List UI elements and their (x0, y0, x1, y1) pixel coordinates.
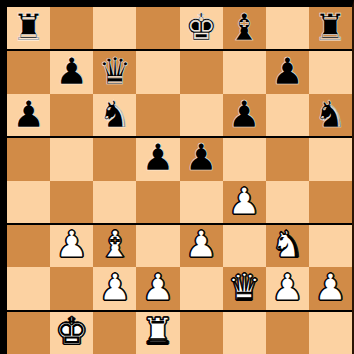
white-pawn[interactable]: ♟ (141, 269, 174, 306)
square-g8[interactable] (266, 7, 309, 50)
square-e7[interactable] (180, 50, 223, 93)
square-b5[interactable] (50, 137, 93, 180)
square-a2[interactable] (7, 267, 50, 310)
square-g4[interactable] (266, 181, 309, 224)
square-c7[interactable]: ♛ (93, 50, 136, 93)
white-pawn[interactable]: ♟ (55, 226, 88, 263)
square-d7[interactable] (136, 50, 179, 93)
white-king[interactable]: ♚ (55, 313, 88, 350)
black-knight[interactable]: ♞ (314, 96, 347, 133)
square-b6[interactable] (50, 94, 93, 137)
square-c1[interactable] (93, 311, 136, 354)
black-pawn[interactable]: ♟ (55, 53, 88, 90)
white-rook[interactable]: ♜ (141, 313, 174, 350)
square-g3[interactable]: ♞ (266, 224, 309, 267)
square-f4[interactable]: ♟ (223, 181, 266, 224)
square-e8[interactable]: ♚ (180, 7, 223, 50)
white-pawn[interactable]: ♟ (184, 226, 217, 263)
square-g6[interactable] (266, 94, 309, 137)
black-king[interactable]: ♚ (184, 9, 217, 46)
square-e5[interactable]: ♟ (180, 137, 223, 180)
square-d2[interactable]: ♟ (136, 267, 179, 310)
white-knight[interactable]: ♞ (271, 226, 304, 263)
square-f5[interactable] (223, 137, 266, 180)
square-a1[interactable] (7, 311, 50, 354)
white-bishop[interactable]: ♝ (98, 226, 131, 263)
black-pawn[interactable]: ♟ (184, 139, 217, 176)
square-b1[interactable]: ♚ (50, 311, 93, 354)
square-a5[interactable] (7, 137, 50, 180)
white-pawn[interactable]: ♟ (314, 269, 347, 306)
square-f8[interactable]: ♝ (223, 7, 266, 50)
square-c8[interactable] (93, 7, 136, 50)
square-d1[interactable]: ♜ (136, 311, 179, 354)
square-c5[interactable] (93, 137, 136, 180)
square-g2[interactable]: ♟ (266, 267, 309, 310)
black-pawn[interactable]: ♟ (12, 96, 45, 133)
black-pawn[interactable]: ♟ (141, 139, 174, 176)
square-d5[interactable]: ♟ (136, 137, 179, 180)
black-bishop[interactable]: ♝ (228, 9, 261, 46)
black-queen[interactable]: ♛ (98, 53, 131, 90)
square-c2[interactable]: ♟ (93, 267, 136, 310)
square-f3[interactable] (223, 224, 266, 267)
black-pawn[interactable]: ♟ (271, 53, 304, 90)
square-h6[interactable]: ♞ (309, 94, 352, 137)
square-e1[interactable] (180, 311, 223, 354)
square-g5[interactable] (266, 137, 309, 180)
chess-board: ♜♚♝♜♟♛♟♟♞♟♞♟♟♟♟♝♟♞♟♟♛♟♟♚♜ (7, 7, 352, 354)
square-h8[interactable]: ♜ (309, 7, 352, 50)
square-f6[interactable]: ♟ (223, 94, 266, 137)
square-d8[interactable] (136, 7, 179, 50)
chess-board-frame: ♜♚♝♜♟♛♟♟♞♟♞♟♟♟♟♝♟♞♟♟♛♟♟♚♜ (0, 0, 354, 354)
square-c4[interactable] (93, 181, 136, 224)
square-a3[interactable] (7, 224, 50, 267)
square-f7[interactable] (223, 50, 266, 93)
square-b8[interactable] (50, 7, 93, 50)
square-a6[interactable]: ♟ (7, 94, 50, 137)
square-c6[interactable]: ♞ (93, 94, 136, 137)
square-b7[interactable]: ♟ (50, 50, 93, 93)
black-rook[interactable]: ♜ (314, 9, 347, 46)
square-a4[interactable] (7, 181, 50, 224)
square-e2[interactable] (180, 267, 223, 310)
white-pawn[interactable]: ♟ (98, 269, 131, 306)
square-b4[interactable] (50, 181, 93, 224)
square-e4[interactable] (180, 181, 223, 224)
white-pawn[interactable]: ♟ (228, 183, 261, 220)
square-f1[interactable] (223, 311, 266, 354)
square-d4[interactable] (136, 181, 179, 224)
square-h3[interactable] (309, 224, 352, 267)
square-a7[interactable] (7, 50, 50, 93)
square-e3[interactable]: ♟ (180, 224, 223, 267)
square-c3[interactable]: ♝ (93, 224, 136, 267)
white-pawn[interactable]: ♟ (271, 269, 304, 306)
square-h7[interactable] (309, 50, 352, 93)
black-pawn[interactable]: ♟ (228, 96, 261, 133)
square-f2[interactable]: ♛ (223, 267, 266, 310)
square-h5[interactable] (309, 137, 352, 180)
square-g1[interactable] (266, 311, 309, 354)
square-d6[interactable] (136, 94, 179, 137)
square-h2[interactable]: ♟ (309, 267, 352, 310)
square-h1[interactable] (309, 311, 352, 354)
square-h4[interactable] (309, 181, 352, 224)
square-e6[interactable] (180, 94, 223, 137)
black-knight[interactable]: ♞ (98, 96, 131, 133)
square-a8[interactable]: ♜ (7, 7, 50, 50)
black-rook[interactable]: ♜ (12, 9, 45, 46)
white-queen[interactable]: ♛ (228, 269, 261, 306)
square-b3[interactable]: ♟ (50, 224, 93, 267)
square-b2[interactable] (50, 267, 93, 310)
square-g7[interactable]: ♟ (266, 50, 309, 93)
square-d3[interactable] (136, 224, 179, 267)
